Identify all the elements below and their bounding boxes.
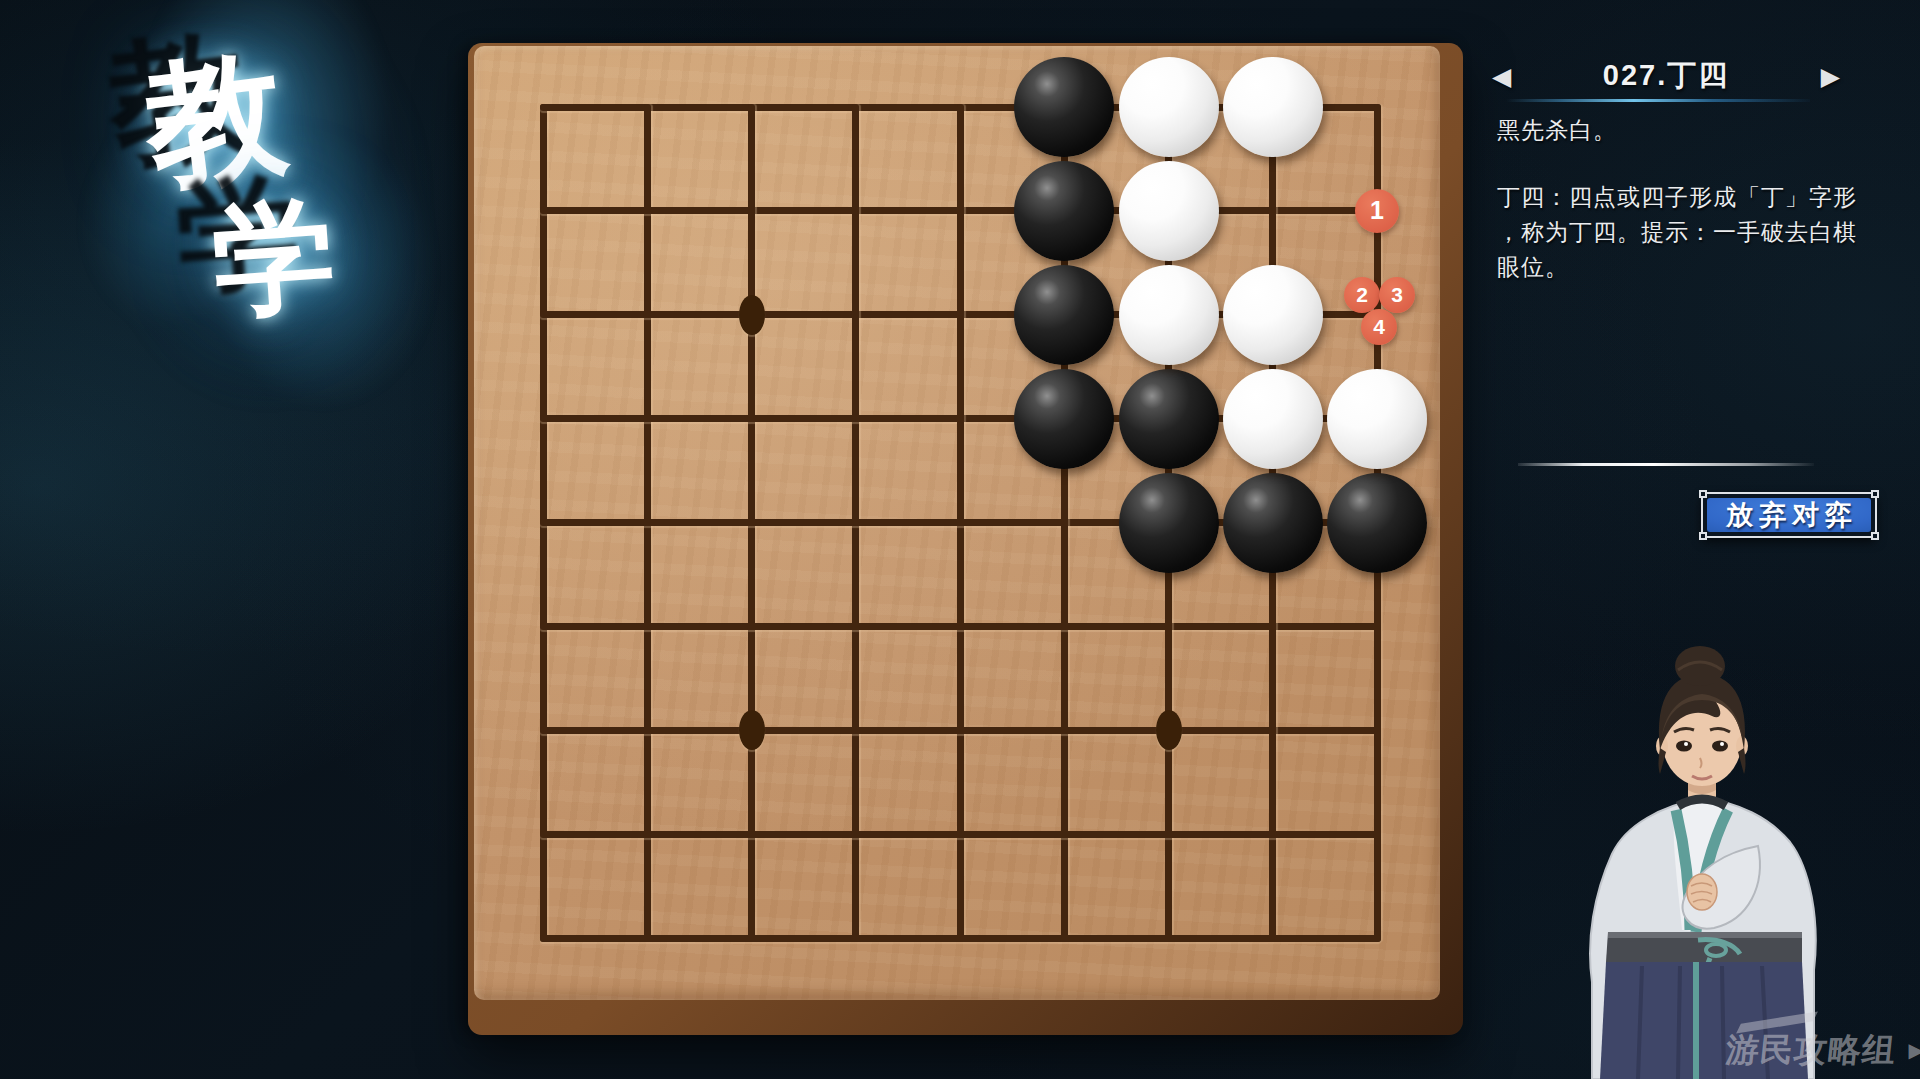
grid-line-horizontal [540, 727, 1381, 734]
next-lesson-button[interactable]: ▶ [1821, 64, 1840, 89]
game-screen: 教 学 1234 ◀ 027.丁四 ▶ 黑先杀白。 丁四：四点或四子形成「丁」字… [0, 0, 1920, 1079]
grid-line-horizontal [540, 831, 1381, 838]
lesson-calligraphy: 教 学 [85, 0, 395, 400]
stone-black-r1c6 [1014, 57, 1114, 157]
move-marker-2: 2 [1344, 277, 1380, 313]
move-marker-4: 4 [1361, 309, 1397, 345]
watermark-text: 游民攻略组 [1724, 1028, 1899, 1073]
star-point [739, 710, 765, 750]
resign-button[interactable]: 放弃对弈 [1701, 492, 1877, 538]
stone-black-r5c9 [1327, 473, 1427, 573]
title-divider [1506, 99, 1810, 102]
resign-button-face: 放弃对弈 [1707, 498, 1871, 532]
go-board-surface[interactable]: 1234 [474, 46, 1440, 1000]
button-corner-ornament [1699, 490, 1707, 498]
stone-white-r1c8 [1223, 57, 1323, 157]
lesson-title: 027.丁四 [1511, 56, 1821, 96]
star-point [1156, 710, 1182, 750]
objective-text: 黑先杀白。 [1497, 115, 1917, 146]
lesson-description: 丁四：四点或四子形成「丁」字形 ，称为丁四。提示：一手破去白棋 眼位。 [1497, 180, 1920, 285]
grid-line-horizontal [540, 935, 1381, 942]
prev-lesson-button[interactable]: ◀ [1492, 64, 1511, 89]
move-marker-3: 3 [1379, 277, 1415, 313]
stone-black-r5c8 [1223, 473, 1323, 573]
stone-black-r4c7 [1119, 369, 1219, 469]
resign-button-label: 放弃对弈 [1720, 497, 1858, 533]
stone-white-r4c9 [1327, 369, 1427, 469]
lesson-nav: ◀ 027.丁四 ▶ [1492, 56, 1840, 96]
stone-white-r3c7 [1119, 265, 1219, 365]
button-corner-ornament [1699, 532, 1707, 540]
stone-black-r5c7 [1119, 473, 1219, 573]
stone-white-r4c8 [1223, 369, 1323, 469]
stone-black-r3c6 [1014, 265, 1114, 365]
star-point [739, 295, 765, 335]
grid-line-horizontal [540, 623, 1381, 630]
panel-divider [1518, 463, 1814, 466]
move-marker-1: 1 [1355, 189, 1399, 233]
stone-black-r4c6 [1014, 369, 1114, 469]
stone-white-r3c8 [1223, 265, 1323, 365]
button-corner-ornament [1871, 532, 1879, 540]
stone-white-r1c7 [1119, 57, 1219, 157]
calligraphy-char-learn: 学 [207, 174, 340, 346]
button-corner-ornament [1871, 490, 1879, 498]
go-board: 1234 [468, 43, 1463, 1035]
watermark-logo: 游民攻略组 ▶ [1722, 1012, 1920, 1072]
watermark-arrow-icon: ▶ [1909, 1038, 1920, 1062]
stone-white-r2c7 [1119, 161, 1219, 261]
stone-black-r2c6 [1014, 161, 1114, 261]
